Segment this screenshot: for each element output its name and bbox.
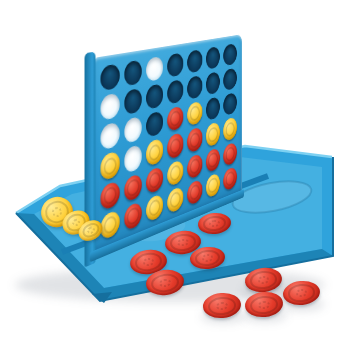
yellow-checker xyxy=(206,172,220,199)
cell-r6-c4[interactable] xyxy=(167,186,183,215)
empty-hole xyxy=(146,83,163,110)
cell-r4-c3[interactable] xyxy=(146,138,163,166)
empty-hole xyxy=(187,75,202,100)
empty-hole xyxy=(100,93,119,122)
empty-hole xyxy=(124,144,142,173)
cell-r4-c7[interactable] xyxy=(223,117,236,142)
cell-r3-c4[interactable] xyxy=(167,106,183,133)
cell-r3-c5[interactable] xyxy=(187,101,202,127)
cell-r5-c3[interactable] xyxy=(146,166,163,195)
red-checker xyxy=(187,153,202,180)
cell-r5-c4[interactable] xyxy=(167,159,183,187)
cell-r1-c4[interactable] xyxy=(167,52,183,77)
yellow-checker xyxy=(146,138,163,166)
red-checker xyxy=(124,201,142,232)
cell-r1-c3[interactable] xyxy=(146,56,163,82)
cell-r2-c6[interactable] xyxy=(206,71,220,95)
cell-r4-c6[interactable] xyxy=(206,122,220,148)
yellow-checker xyxy=(206,122,220,148)
empty-hole xyxy=(124,88,142,116)
scene xyxy=(0,0,350,350)
cell-r3-c7[interactable] xyxy=(223,92,236,116)
empty-hole xyxy=(223,68,236,92)
empty-hole xyxy=(223,43,236,66)
cell-r1-c6[interactable] xyxy=(206,46,220,70)
red-checker xyxy=(124,173,142,203)
cell-r6-c6[interactable] xyxy=(206,172,220,199)
cell-r5-c5[interactable] xyxy=(187,153,202,180)
cell-r4-c4[interactable] xyxy=(167,132,183,159)
empty-hole xyxy=(187,49,202,74)
cell-r6-c1[interactable] xyxy=(100,209,119,241)
cell-r3-c2[interactable] xyxy=(124,116,142,145)
empty-hole xyxy=(206,46,220,70)
cell-r3-c1[interactable] xyxy=(100,122,119,152)
empty-hole xyxy=(124,60,142,87)
cell-r6-c5[interactable] xyxy=(187,179,202,207)
empty-hole xyxy=(167,79,183,105)
empty-hole xyxy=(206,71,220,95)
cell-r6-c2[interactable] xyxy=(124,201,142,232)
cell-r6-c3[interactable] xyxy=(146,193,163,223)
red-checker xyxy=(167,106,183,133)
red-checker xyxy=(206,147,220,173)
yellow-checker xyxy=(167,186,183,215)
cell-r4-c5[interactable] xyxy=(187,127,202,153)
empty-hole xyxy=(206,96,220,121)
red-checker xyxy=(146,166,163,195)
empty-hole xyxy=(146,111,163,139)
empty-hole xyxy=(124,116,142,145)
yellow-checker xyxy=(167,159,183,187)
empty-hole xyxy=(100,122,119,152)
empty-hole xyxy=(146,56,163,82)
cell-r3-c6[interactable] xyxy=(206,96,220,121)
empty-hole xyxy=(100,63,119,91)
yellow-checker xyxy=(100,151,119,181)
yellow-checker xyxy=(223,117,236,142)
cell-r1-c7[interactable] xyxy=(223,43,236,66)
cell-r1-c2[interactable] xyxy=(124,60,142,87)
cell-r5-c6[interactable] xyxy=(206,147,220,173)
cell-r4-c2[interactable] xyxy=(124,144,142,173)
cell-r3-c3[interactable] xyxy=(146,111,163,139)
cell-r2-c4[interactable] xyxy=(167,79,183,105)
cell-r2-c2[interactable] xyxy=(124,88,142,116)
yellow-checker xyxy=(100,209,119,241)
cell-r2-c1[interactable] xyxy=(100,93,119,122)
cell-r1-c1[interactable] xyxy=(100,63,119,91)
yellow-checker xyxy=(146,193,163,223)
cell-r2-c5[interactable] xyxy=(187,75,202,100)
red-checker xyxy=(223,141,236,166)
cell-r6-c7[interactable] xyxy=(223,166,236,192)
cell-r5-c7[interactable] xyxy=(223,141,236,166)
cell-r1-c5[interactable] xyxy=(187,49,202,74)
cell-r5-c2[interactable] xyxy=(124,173,142,203)
red-checker xyxy=(167,132,183,159)
red-checker xyxy=(100,180,119,211)
yellow-checker xyxy=(187,101,202,127)
cell-r2-c3[interactable] xyxy=(146,83,163,110)
cell-r5-c1[interactable] xyxy=(100,180,119,211)
cell-r2-c7[interactable] xyxy=(223,68,236,92)
empty-hole xyxy=(167,52,183,77)
red-checker xyxy=(223,166,236,192)
red-checker xyxy=(187,179,202,207)
red-checker xyxy=(187,127,202,153)
empty-hole xyxy=(223,92,236,116)
cell-r4-c1[interactable] xyxy=(100,151,119,181)
